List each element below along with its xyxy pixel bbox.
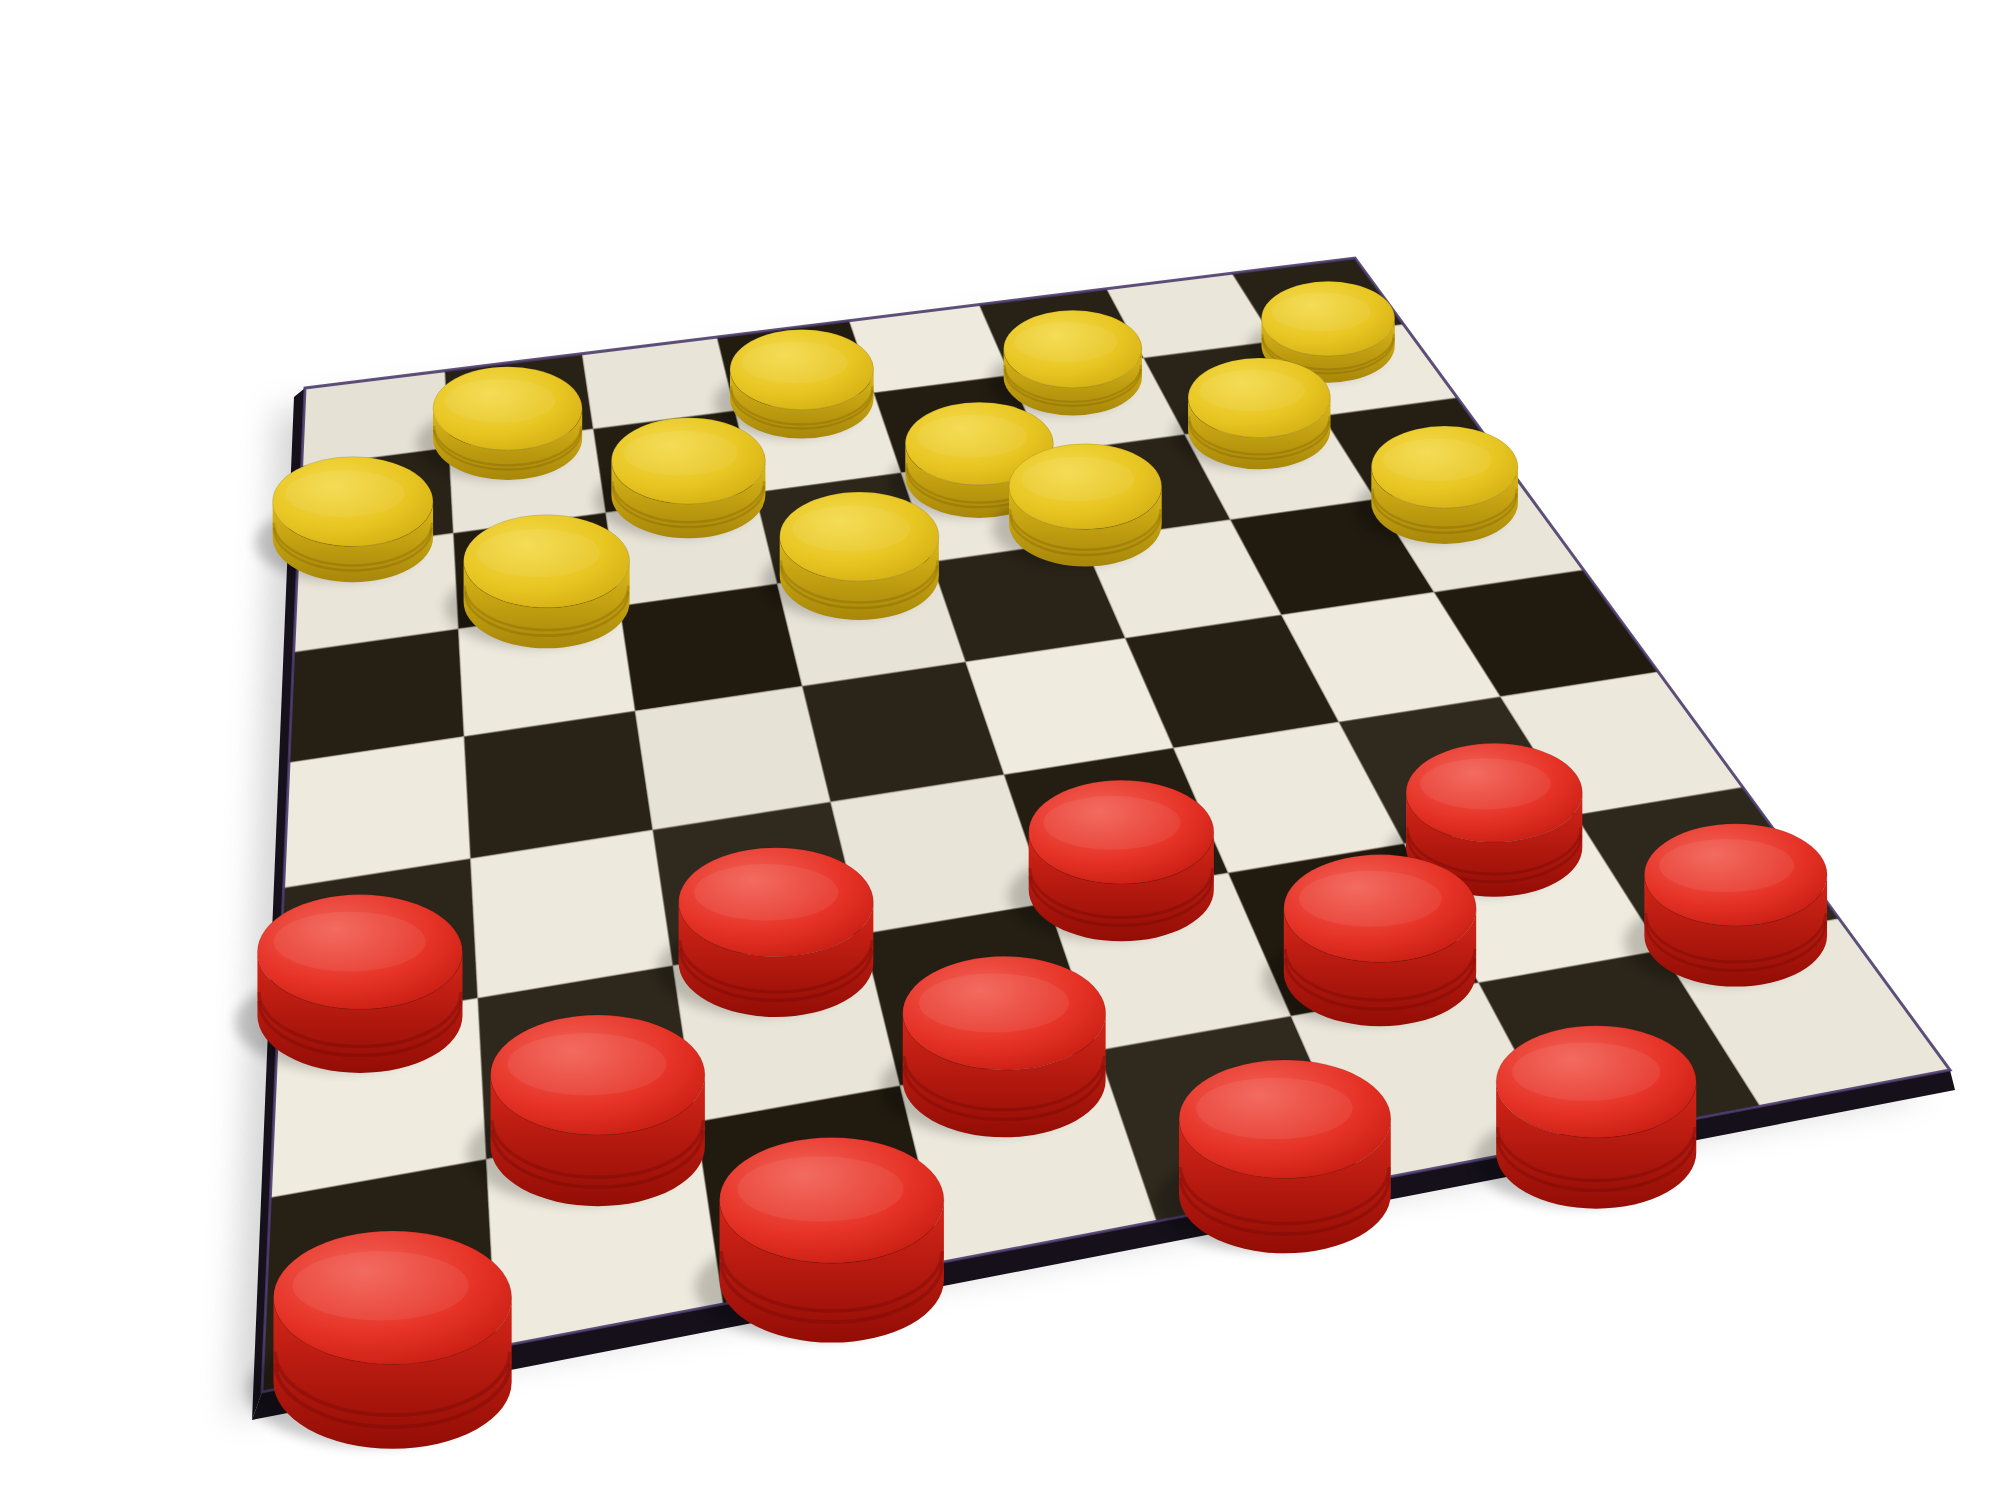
piece-highlight: [694, 864, 838, 921]
piece-highlight: [741, 341, 847, 383]
board-photo: [0, 0, 2000, 1500]
piece-highlight: [1199, 370, 1304, 411]
piece-highlight: [1196, 1078, 1353, 1140]
piece-highlight: [1043, 796, 1180, 850]
piece-highlight: [292, 1251, 468, 1320]
piece-highlight: [1420, 758, 1550, 809]
piece-highlight: [477, 529, 600, 577]
piece-highlight: [624, 431, 738, 476]
piece-highlight: [737, 1156, 903, 1221]
piece-highlight: [285, 470, 404, 517]
piece-highlight: [1299, 871, 1441, 927]
piece-highlight: [1512, 1043, 1660, 1101]
piece-highlight: [1021, 457, 1134, 501]
piece-highlight: [792, 505, 910, 551]
piece-highlight: [445, 379, 555, 422]
piece-highlight: [1272, 293, 1371, 332]
piece-highlight: [1659, 839, 1794, 892]
piece-highlight: [274, 912, 426, 972]
piece-highlight: [917, 415, 1027, 458]
piece-highlight: [919, 973, 1069, 1032]
checkers-board-scene: [0, 0, 2000, 1500]
piece-highlight: [1383, 438, 1491, 481]
piece-highlight: [508, 1033, 667, 1095]
piece-highlight: [1015, 322, 1117, 362]
